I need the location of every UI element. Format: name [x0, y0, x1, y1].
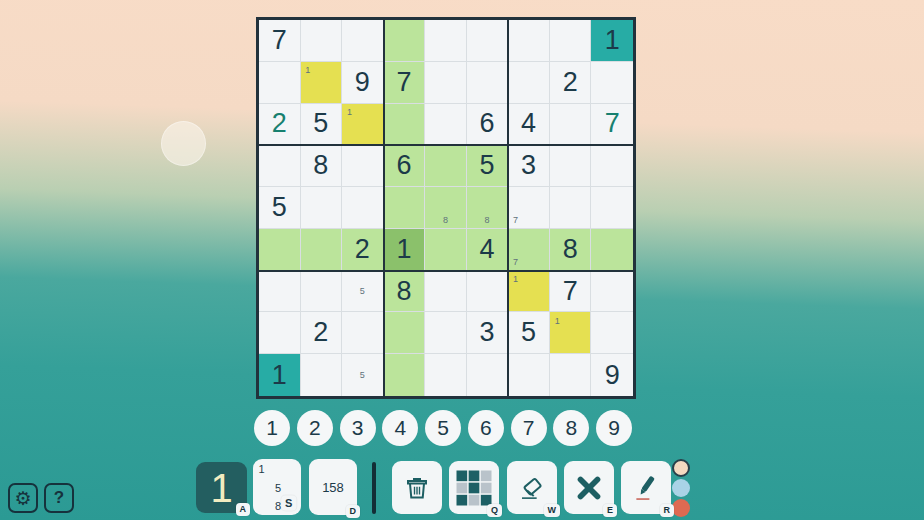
- cell-r5c1[interactable]: 5: [259, 187, 301, 229]
- hotkey-badge: D: [346, 505, 361, 518]
- number-button-6[interactable]: 6: [468, 410, 504, 446]
- cell-r3c1[interactable]: 2: [259, 104, 301, 146]
- mode-center-button[interactable]: 158 D: [309, 459, 357, 515]
- sudoku-board: 711972251647865358872147858172351159: [256, 17, 636, 399]
- cell-r9c5[interactable]: [425, 354, 467, 396]
- cell-r3c7[interactable]: 4: [508, 104, 550, 146]
- palette-button[interactable]: Q: [449, 461, 499, 514]
- cell-r7c7[interactable]: 1: [508, 271, 550, 313]
- cell-value: 9: [355, 69, 370, 96]
- cell-r3c5[interactable]: [425, 104, 467, 146]
- cell-r9c8[interactable]: [550, 354, 592, 396]
- background-bubble: [161, 121, 206, 166]
- cell-r8c4[interactable]: [384, 312, 426, 354]
- cell-value: 2: [355, 236, 370, 263]
- cell-r6c1[interactable]: [259, 229, 301, 271]
- cell-value: 2: [313, 319, 328, 346]
- cell-r8c2[interactable]: 2: [301, 312, 343, 354]
- cell-value: 9: [605, 362, 620, 389]
- cell-r3c6[interactable]: 6: [467, 104, 509, 146]
- cell-r3c3[interactable]: 1: [342, 104, 384, 146]
- hotkey-badge: E: [603, 504, 617, 517]
- cell-r4c7[interactable]: 3: [508, 145, 550, 187]
- cell-value: 5: [313, 110, 328, 137]
- cell-r2c8[interactable]: 2: [550, 62, 592, 104]
- cell-value: 6: [480, 110, 495, 137]
- eraser-button[interactable]: W: [507, 461, 557, 514]
- cell-r2c2[interactable]: 1: [301, 62, 343, 104]
- cell-r4c8[interactable]: [550, 145, 592, 187]
- cell-r9c9[interactable]: 9: [591, 354, 633, 396]
- cell-r7c5[interactable]: [425, 271, 467, 313]
- hotkey-badge: W: [544, 504, 561, 517]
- cell-r8c9[interactable]: [591, 312, 633, 354]
- cell-r7c2[interactable]: [301, 271, 343, 313]
- cell-value: 2: [563, 69, 578, 96]
- cell-r2c7[interactable]: [508, 62, 550, 104]
- cell-r6c8[interactable]: 8: [550, 229, 592, 271]
- cell-r2c9[interactable]: [591, 62, 633, 104]
- cell-value: 1: [396, 236, 411, 263]
- cell-value: 6: [396, 152, 411, 179]
- cell-r9c7[interactable]: [508, 354, 550, 396]
- cell-r5c7[interactable]: 7: [508, 187, 550, 229]
- cell-value: 3: [480, 319, 495, 346]
- number-button-row: 123456789: [254, 410, 632, 446]
- cell-r6c3[interactable]: 2: [342, 229, 384, 271]
- cell-r8c6[interactable]: 3: [467, 312, 509, 354]
- corner-mark: 5: [275, 482, 281, 494]
- help-button[interactable]: ?: [44, 483, 74, 513]
- cell-r5c3[interactable]: [342, 187, 384, 229]
- cell-r4c4[interactable]: 6: [384, 145, 426, 187]
- cell-r3c9[interactable]: 7: [591, 104, 633, 146]
- cell-value: 7: [605, 110, 620, 137]
- number-button-2[interactable]: 2: [297, 410, 333, 446]
- cell-r1c8[interactable]: [550, 20, 592, 62]
- cell-value: 7: [272, 27, 287, 54]
- cell-r5c9[interactable]: [591, 187, 633, 229]
- cell-r9c1[interactable]: 1: [259, 354, 301, 396]
- cell-r1c2[interactable]: [301, 20, 343, 62]
- pencil-mark: 1: [555, 316, 560, 325]
- cell-r2c3[interactable]: 9: [342, 62, 384, 104]
- color-grid-icon: [454, 468, 494, 508]
- cell-r2c1[interactable]: [259, 62, 301, 104]
- cell-value: 7: [563, 278, 578, 305]
- cell-value: 3: [521, 152, 536, 179]
- cell-value: 1: [272, 362, 287, 389]
- cell-r8c8[interactable]: 1: [550, 312, 592, 354]
- cell-value: 8: [396, 278, 411, 305]
- pen-icon: [629, 471, 663, 505]
- cell-r1c7[interactable]: [508, 20, 550, 62]
- pen-button[interactable]: R: [621, 461, 671, 514]
- cell-r2c5[interactable]: [425, 62, 467, 104]
- cell-r4c3[interactable]: [342, 145, 384, 187]
- cell-r5c5[interactable]: 8: [425, 187, 467, 229]
- number-button-4[interactable]: 4: [382, 410, 418, 446]
- cell-value: 8: [313, 152, 328, 179]
- mode-corner-button[interactable]: 1 5 8 S: [253, 459, 301, 515]
- number-button-1[interactable]: 1: [254, 410, 290, 446]
- cell-r9c3[interactable]: 5: [342, 354, 384, 396]
- cell-r6c6[interactable]: 4: [467, 229, 509, 271]
- cell-r6c5[interactable]: [425, 229, 467, 271]
- eraser-icon: [516, 472, 548, 504]
- cell-r4c1[interactable]: [259, 145, 301, 187]
- cell-r3c8[interactable]: [550, 104, 592, 146]
- cell-r3c4[interactable]: [384, 104, 426, 146]
- cell-r1c9[interactable]: 1: [591, 20, 633, 62]
- cell-value: 2: [272, 110, 287, 137]
- number-button-3[interactable]: 3: [340, 410, 376, 446]
- hotkey-badge: R: [660, 504, 675, 517]
- question-icon: ?: [54, 488, 64, 508]
- cell-value: 8: [563, 236, 578, 263]
- x-icon: [572, 471, 606, 505]
- cell-value: 5: [272, 194, 287, 221]
- cell-r6c9[interactable]: [591, 229, 633, 271]
- pencil-mark: 7: [513, 257, 518, 266]
- cell-value: 5: [480, 152, 495, 179]
- pencil-mark: 1: [347, 107, 352, 116]
- color-dot-2[interactable]: [672, 479, 690, 497]
- cell-r6c7[interactable]: 7: [508, 229, 550, 271]
- cell-r5c2[interactable]: [301, 187, 343, 229]
- cell-r6c2[interactable]: [301, 229, 343, 271]
- pencil-mark: 7: [513, 215, 518, 224]
- cell-r7c8[interactable]: 7: [550, 271, 592, 313]
- cell-r5c8[interactable]: [550, 187, 592, 229]
- pencil-mark: 5: [360, 371, 365, 380]
- hotkey-badge: Q: [487, 504, 502, 517]
- sudoku-app: 711972251647865358872147858172351159 123…: [0, 0, 924, 520]
- corner-mark: 1: [259, 463, 265, 475]
- cell-r2c4[interactable]: 7: [384, 62, 426, 104]
- clear-button[interactable]: E: [564, 461, 614, 514]
- color-dot-column: [672, 459, 690, 517]
- delete-button[interactable]: [392, 461, 442, 514]
- color-dot-1[interactable]: [672, 459, 690, 477]
- number-button-9[interactable]: 9: [596, 410, 632, 446]
- hotkey-badge: S: [281, 496, 296, 511]
- cell-r8c5[interactable]: [425, 312, 467, 354]
- cell-r1c5[interactable]: [425, 20, 467, 62]
- cell-r7c1[interactable]: [259, 271, 301, 313]
- cell-r6c4[interactable]: 1: [384, 229, 426, 271]
- settings-button[interactable]: ⚙: [8, 483, 38, 513]
- pencil-mark: 5: [360, 287, 365, 296]
- toolbar-divider: [372, 462, 376, 514]
- cell-r8c3[interactable]: [342, 312, 384, 354]
- mode-normal-button[interactable]: 1 A: [196, 462, 247, 513]
- gear-icon: ⚙: [14, 487, 31, 510]
- cell-r9c4[interactable]: [384, 354, 426, 396]
- cell-r5c6[interactable]: 8: [467, 187, 509, 229]
- mode-normal-value: 1: [210, 468, 232, 508]
- cell-r7c4[interactable]: 8: [384, 271, 426, 313]
- cell-r2c6[interactable]: [467, 62, 509, 104]
- mode-center-value: 158: [322, 480, 344, 495]
- cell-r8c7[interactable]: 5: [508, 312, 550, 354]
- cell-r7c3[interactable]: 5: [342, 271, 384, 313]
- cell-r4c2[interactable]: 8: [301, 145, 343, 187]
- pencil-mark: 1: [513, 274, 518, 283]
- number-button-8[interactable]: 8: [553, 410, 589, 446]
- number-button-7[interactable]: 7: [511, 410, 547, 446]
- cell-value: 5: [521, 319, 536, 346]
- cell-r9c2[interactable]: [301, 354, 343, 396]
- pencil-mark: 1: [305, 65, 310, 74]
- pencil-mark: 8: [485, 215, 490, 224]
- pencil-mark: 8: [443, 215, 448, 224]
- color-dot-3[interactable]: [672, 499, 690, 517]
- cell-r9c6[interactable]: [467, 354, 509, 396]
- cell-r7c6[interactable]: [467, 271, 509, 313]
- cell-r7c9[interactable]: [591, 271, 633, 313]
- cell-r1c1[interactable]: 7: [259, 20, 301, 62]
- cell-r4c6[interactable]: 5: [467, 145, 509, 187]
- cell-value: 4: [480, 236, 495, 263]
- cell-r4c5[interactable]: [425, 145, 467, 187]
- cell-r1c3[interactable]: [342, 20, 384, 62]
- hotkey-badge: A: [236, 503, 251, 516]
- cell-value: 4: [521, 110, 536, 137]
- cell-r3c2[interactable]: 5: [301, 104, 343, 146]
- cell-r1c6[interactable]: [467, 20, 509, 62]
- number-button-5[interactable]: 5: [425, 410, 461, 446]
- cell-value: 7: [396, 69, 411, 96]
- trash-icon: [402, 473, 432, 503]
- cell-r4c9[interactable]: [591, 145, 633, 187]
- cell-value: 1: [605, 27, 620, 54]
- cell-r8c1[interactable]: [259, 312, 301, 354]
- cell-r5c4[interactable]: [384, 187, 426, 229]
- cell-r1c4[interactable]: [384, 20, 426, 62]
